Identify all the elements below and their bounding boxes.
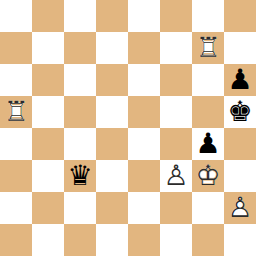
square-g7[interactable]: ♜♖ bbox=[192, 32, 224, 64]
white-rook: ♜♖ bbox=[192, 32, 224, 64]
black-queen: ♛ bbox=[64, 160, 96, 192]
square-c7[interactable] bbox=[64, 32, 96, 64]
black-queen-glyph-fill: ♛ bbox=[64, 160, 96, 192]
square-b5[interactable] bbox=[32, 96, 64, 128]
chess-board: ♜♖♟♜♖♚♟♛♟♙♚♔♟♙ bbox=[0, 0, 256, 256]
square-a6[interactable] bbox=[0, 64, 32, 96]
white-rook-glyph-outline: ♖ bbox=[192, 32, 224, 64]
square-g3[interactable]: ♚♔ bbox=[192, 160, 224, 192]
square-a7[interactable] bbox=[0, 32, 32, 64]
square-h7[interactable] bbox=[224, 32, 256, 64]
square-c8[interactable] bbox=[64, 0, 96, 32]
square-a1[interactable] bbox=[0, 224, 32, 256]
square-b6[interactable] bbox=[32, 64, 64, 96]
square-h4[interactable] bbox=[224, 128, 256, 160]
white-pawn-glyph-outline: ♙ bbox=[160, 160, 192, 192]
square-d7[interactable] bbox=[96, 32, 128, 64]
square-e3[interactable] bbox=[128, 160, 160, 192]
square-b2[interactable] bbox=[32, 192, 64, 224]
square-a3[interactable] bbox=[0, 160, 32, 192]
square-b4[interactable] bbox=[32, 128, 64, 160]
square-c4[interactable] bbox=[64, 128, 96, 160]
square-c6[interactable] bbox=[64, 64, 96, 96]
black-pawn-glyph-fill: ♟ bbox=[224, 64, 256, 96]
black-king: ♚ bbox=[224, 96, 256, 128]
square-h6[interactable]: ♟ bbox=[224, 64, 256, 96]
white-rook-glyph-outline: ♖ bbox=[0, 96, 32, 128]
square-e2[interactable] bbox=[128, 192, 160, 224]
square-e1[interactable] bbox=[128, 224, 160, 256]
square-f5[interactable] bbox=[160, 96, 192, 128]
square-a4[interactable] bbox=[0, 128, 32, 160]
square-d1[interactable] bbox=[96, 224, 128, 256]
square-b8[interactable] bbox=[32, 0, 64, 32]
square-b1[interactable] bbox=[32, 224, 64, 256]
square-c2[interactable] bbox=[64, 192, 96, 224]
square-f7[interactable] bbox=[160, 32, 192, 64]
square-e6[interactable] bbox=[128, 64, 160, 96]
square-d5[interactable] bbox=[96, 96, 128, 128]
white-king-glyph-outline: ♔ bbox=[192, 160, 224, 192]
square-h5[interactable]: ♚ bbox=[224, 96, 256, 128]
white-pawn: ♟♙ bbox=[224, 192, 256, 224]
square-g6[interactable] bbox=[192, 64, 224, 96]
square-d4[interactable] bbox=[96, 128, 128, 160]
black-pawn-glyph-fill: ♟ bbox=[192, 128, 224, 160]
square-d3[interactable] bbox=[96, 160, 128, 192]
square-h3[interactable] bbox=[224, 160, 256, 192]
square-b3[interactable] bbox=[32, 160, 64, 192]
square-f4[interactable] bbox=[160, 128, 192, 160]
black-pawn: ♟ bbox=[192, 128, 224, 160]
square-g5[interactable] bbox=[192, 96, 224, 128]
black-pawn: ♟ bbox=[224, 64, 256, 96]
white-king: ♚♔ bbox=[192, 160, 224, 192]
square-d2[interactable] bbox=[96, 192, 128, 224]
square-g1[interactable] bbox=[192, 224, 224, 256]
black-king-glyph-fill: ♚ bbox=[224, 96, 256, 128]
square-c5[interactable] bbox=[64, 96, 96, 128]
square-h8[interactable] bbox=[224, 0, 256, 32]
square-h2[interactable]: ♟♙ bbox=[224, 192, 256, 224]
square-a8[interactable] bbox=[0, 0, 32, 32]
square-g8[interactable] bbox=[192, 0, 224, 32]
square-c3[interactable]: ♛ bbox=[64, 160, 96, 192]
square-h1[interactable] bbox=[224, 224, 256, 256]
square-c1[interactable] bbox=[64, 224, 96, 256]
square-a2[interactable] bbox=[0, 192, 32, 224]
white-pawn: ♟♙ bbox=[160, 160, 192, 192]
square-d8[interactable] bbox=[96, 0, 128, 32]
white-rook: ♜♖ bbox=[0, 96, 32, 128]
square-f2[interactable] bbox=[160, 192, 192, 224]
square-e8[interactable] bbox=[128, 0, 160, 32]
square-a5[interactable]: ♜♖ bbox=[0, 96, 32, 128]
square-f1[interactable] bbox=[160, 224, 192, 256]
square-e4[interactable] bbox=[128, 128, 160, 160]
square-f8[interactable] bbox=[160, 0, 192, 32]
square-g2[interactable] bbox=[192, 192, 224, 224]
square-f3[interactable]: ♟♙ bbox=[160, 160, 192, 192]
square-d6[interactable] bbox=[96, 64, 128, 96]
square-e5[interactable] bbox=[128, 96, 160, 128]
white-pawn-glyph-outline: ♙ bbox=[224, 192, 256, 224]
square-e7[interactable] bbox=[128, 32, 160, 64]
square-b7[interactable] bbox=[32, 32, 64, 64]
square-f6[interactable] bbox=[160, 64, 192, 96]
square-g4[interactable]: ♟ bbox=[192, 128, 224, 160]
